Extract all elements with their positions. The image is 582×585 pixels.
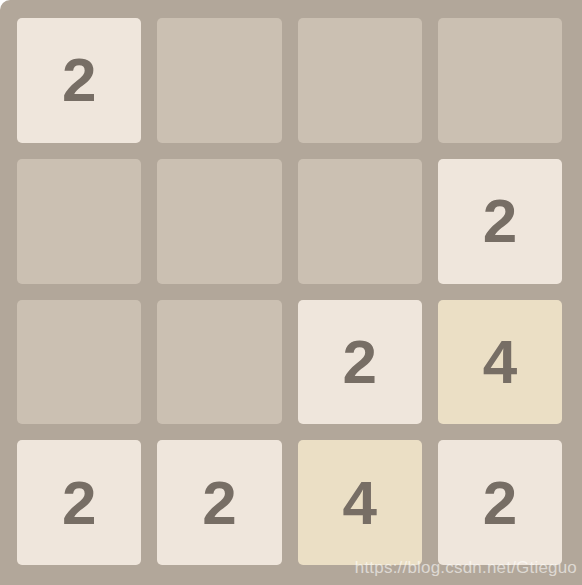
tile-grid: 2 2 2 4 2 2 4 2	[17, 18, 562, 565]
cell-r1c4	[438, 18, 562, 143]
tile-r1c1: 2	[17, 18, 141, 143]
tile-r3c4: 4	[438, 300, 562, 425]
cell-r2c3	[298, 159, 422, 284]
cell-r3c1	[17, 300, 141, 425]
tile-r4c3: 4	[298, 440, 422, 565]
tile-r4c1: 2	[17, 440, 141, 565]
cell-r3c2	[157, 300, 281, 425]
cell-r2c2	[157, 159, 281, 284]
cell-r2c1	[17, 159, 141, 284]
cell-r1c3	[298, 18, 422, 143]
game-board-2048[interactable]: 2 2 2 4 2 2 4 2 https://blog.csdn.net/Gt…	[0, 0, 582, 585]
tile-r4c2: 2	[157, 440, 281, 565]
tile-r4c4: 2	[438, 440, 562, 565]
cell-r1c2	[157, 18, 281, 143]
tile-r3c3: 2	[298, 300, 422, 425]
tile-r2c4: 2	[438, 159, 562, 284]
